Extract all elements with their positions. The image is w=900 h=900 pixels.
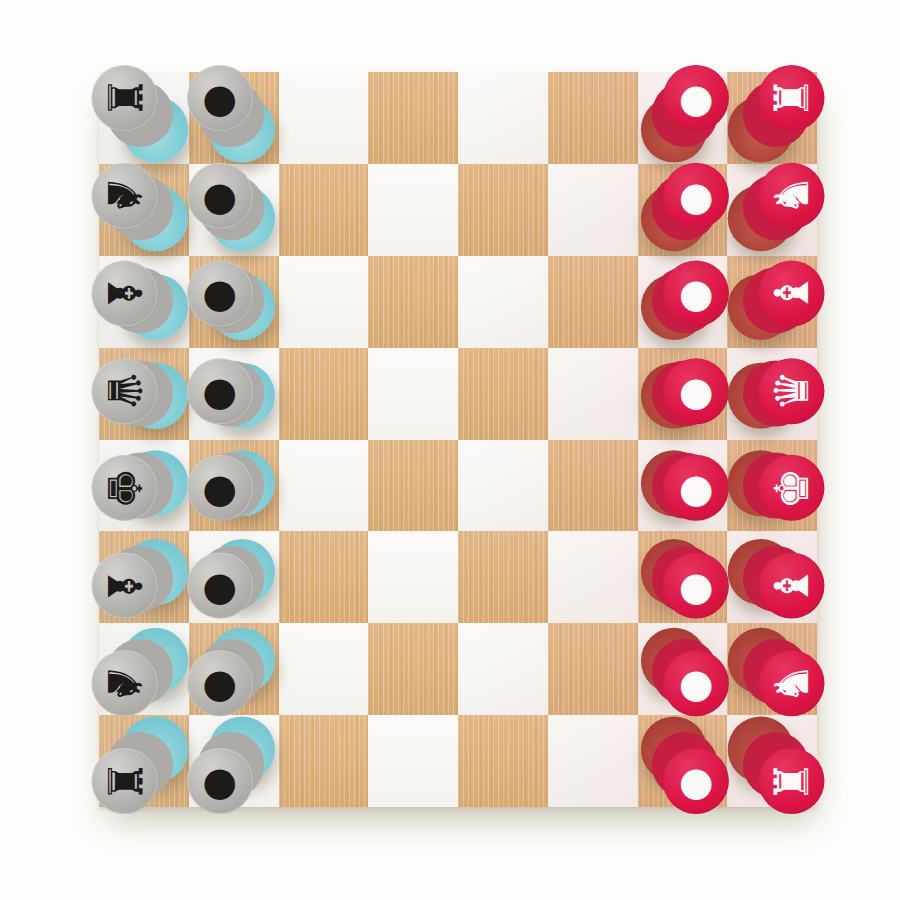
knight-icon: ♞: [768, 175, 815, 217]
piece-top-disc: ♝: [759, 553, 825, 619]
piece-top-disc: ♞: [91, 163, 157, 229]
pawn-icon: ●: [679, 273, 714, 313]
piece-top-disc: ●: [187, 260, 253, 326]
piece-top-disc: ●: [187, 455, 253, 521]
piece-top-disc: ●: [187, 65, 253, 131]
knight-icon: ♞: [768, 662, 815, 704]
bishop-icon: ♝: [101, 272, 148, 314]
piece-top-disc: ♝: [91, 260, 157, 326]
knight-icon: ♞: [101, 175, 148, 217]
bishop-icon: ♝: [101, 565, 148, 607]
piece-top-disc: ♞: [91, 650, 157, 716]
pieces-layer: ♜●●♜♞●●♞♝●●♝♛●●♛♚●●♚♝●●♝♞●●♞♜●●♜: [99, 72, 817, 807]
pawn-icon: ●: [202, 663, 237, 703]
rook-icon: ♜: [768, 77, 815, 119]
bishop-icon: ♝: [768, 272, 815, 314]
piece-top-disc: ♜: [759, 65, 825, 131]
piece-top-disc: ♞: [759, 163, 825, 229]
pawn-icon: ●: [202, 468, 237, 508]
rook-icon: ♜: [768, 760, 815, 802]
pawn-icon: ●: [679, 371, 714, 411]
piece-top-disc: ●: [663, 65, 729, 131]
piece-top-disc: ●: [187, 358, 253, 424]
piece-top-disc: ●: [187, 553, 253, 619]
piece-top-disc: ●: [663, 260, 729, 326]
pawn-icon: ●: [679, 663, 714, 703]
piece-top-disc: ●: [663, 748, 729, 814]
pawn-icon: ●: [679, 176, 714, 216]
piece-top-disc: ●: [663, 553, 729, 619]
rook-icon: ♜: [101, 77, 148, 119]
pawn-icon: ●: [202, 566, 237, 606]
piece-top-disc: ♚: [759, 455, 825, 521]
pawn-icon: ●: [202, 176, 237, 216]
piece-top-disc: ♝: [759, 260, 825, 326]
pawn-icon: ●: [679, 78, 714, 118]
piece-top-disc: ●: [187, 650, 253, 716]
pawn-icon: ●: [679, 566, 714, 606]
pawn-icon: ●: [202, 761, 237, 801]
rook-icon: ♜: [101, 760, 148, 802]
piece-top-disc: ♚: [91, 455, 157, 521]
piece-top-disc: ●: [187, 748, 253, 814]
piece-top-disc: ♜: [91, 65, 157, 131]
piece-top-disc: ●: [663, 455, 729, 521]
piece-top-disc: ♛: [759, 358, 825, 424]
piece-top-disc: ♞: [759, 650, 825, 716]
bishop-icon: ♝: [768, 565, 815, 607]
knight-icon: ♞: [101, 662, 148, 704]
pawn-icon: ●: [202, 273, 237, 313]
piece-top-disc: ♝: [91, 553, 157, 619]
piece-top-disc: ♜: [759, 748, 825, 814]
king-icon: ♚: [768, 467, 815, 509]
pawn-icon: ●: [202, 78, 237, 118]
piece-top-disc: ♜: [91, 748, 157, 814]
pawn-icon: ●: [202, 371, 237, 411]
piece-top-disc: ●: [663, 358, 729, 424]
chess-board: ♜●●♜♞●●♞♝●●♝♛●●♛♚●●♚♝●●♝♞●●♞♜●●♜: [99, 72, 817, 807]
queen-icon: ♛: [768, 370, 815, 412]
king-icon: ♚: [101, 467, 148, 509]
photo-backdrop: ♜●●♜♞●●♞♝●●♝♛●●♛♚●●♚♝●●♝♞●●♞♜●●♜: [0, 0, 900, 900]
piece-top-disc: ♛: [91, 358, 157, 424]
piece-top-disc: ●: [663, 650, 729, 716]
pawn-icon: ●: [679, 761, 714, 801]
piece-top-disc: ●: [663, 163, 729, 229]
piece-top-disc: ●: [187, 163, 253, 229]
queen-icon: ♛: [101, 370, 148, 412]
pawn-icon: ●: [679, 468, 714, 508]
